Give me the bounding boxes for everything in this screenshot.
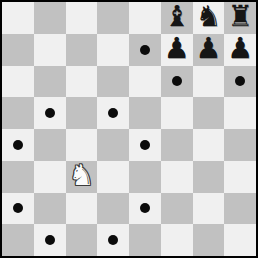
square-c2[interactable] [66, 193, 98, 225]
square-e8[interactable] [129, 2, 161, 34]
square-a7[interactable] [2, 34, 34, 66]
legal-move-dot [140, 203, 150, 213]
legal-move-dot [172, 76, 182, 86]
legal-move-dot [108, 108, 118, 118]
square-c5[interactable] [66, 97, 98, 129]
square-a3[interactable] [2, 161, 34, 193]
square-f2[interactable] [161, 193, 193, 225]
square-g2[interactable] [193, 193, 225, 225]
square-g6[interactable] [193, 66, 225, 98]
square-e1[interactable] [129, 224, 161, 256]
square-e3[interactable] [129, 161, 161, 193]
square-g4[interactable] [193, 129, 225, 161]
legal-move-dot [45, 108, 55, 118]
square-f5[interactable] [161, 97, 193, 129]
square-c1[interactable] [66, 224, 98, 256]
chess-board: ♝♞♜♟♟♟♞ [0, 0, 258, 258]
square-d6[interactable] [97, 66, 129, 98]
square-b3[interactable] [34, 161, 66, 193]
legal-move-dot [235, 76, 245, 86]
square-a8[interactable] [2, 2, 34, 34]
square-a1[interactable] [2, 224, 34, 256]
square-h8[interactable]: ♜ [224, 2, 256, 34]
square-e2[interactable] [129, 193, 161, 225]
square-c8[interactable] [66, 2, 98, 34]
square-a2[interactable] [2, 193, 34, 225]
square-e5[interactable] [129, 97, 161, 129]
square-f4[interactable] [161, 129, 193, 161]
legal-move-dot [108, 235, 118, 245]
square-f6[interactable] [161, 66, 193, 98]
square-d5[interactable] [97, 97, 129, 129]
square-b4[interactable] [34, 129, 66, 161]
white-knight[interactable]: ♞ [68, 161, 94, 190]
square-b8[interactable] [34, 2, 66, 34]
square-b7[interactable] [34, 34, 66, 66]
square-h1[interactable] [224, 224, 256, 256]
square-f8[interactable]: ♝ [161, 2, 193, 34]
black-pawn[interactable]: ♟ [195, 34, 221, 63]
square-g7[interactable]: ♟ [193, 34, 225, 66]
square-b2[interactable] [34, 193, 66, 225]
legal-move-dot [13, 203, 23, 213]
square-d8[interactable] [97, 2, 129, 34]
legal-move-dot [45, 235, 55, 245]
square-b6[interactable] [34, 66, 66, 98]
square-h7[interactable]: ♟ [224, 34, 256, 66]
square-h3[interactable] [224, 161, 256, 193]
square-c3[interactable]: ♞ [66, 161, 98, 193]
square-c7[interactable] [66, 34, 98, 66]
square-g8[interactable]: ♞ [193, 2, 225, 34]
legal-move-dot [13, 140, 23, 150]
square-h4[interactable] [224, 129, 256, 161]
black-bishop[interactable]: ♝ [164, 2, 190, 31]
black-pawn[interactable]: ♟ [164, 34, 190, 63]
square-h6[interactable] [224, 66, 256, 98]
square-d4[interactable] [97, 129, 129, 161]
square-f7[interactable]: ♟ [161, 34, 193, 66]
square-g1[interactable] [193, 224, 225, 256]
black-knight[interactable]: ♞ [195, 2, 221, 31]
square-f1[interactable] [161, 224, 193, 256]
square-a6[interactable] [2, 66, 34, 98]
square-b1[interactable] [34, 224, 66, 256]
square-b5[interactable] [34, 97, 66, 129]
legal-move-dot [140, 45, 150, 55]
square-a4[interactable] [2, 129, 34, 161]
square-f3[interactable] [161, 161, 193, 193]
square-g3[interactable] [193, 161, 225, 193]
square-e4[interactable] [129, 129, 161, 161]
square-c6[interactable] [66, 66, 98, 98]
square-g5[interactable] [193, 97, 225, 129]
square-c4[interactable] [66, 129, 98, 161]
black-pawn[interactable]: ♟ [227, 34, 253, 63]
square-a5[interactable] [2, 97, 34, 129]
square-d7[interactable] [97, 34, 129, 66]
square-d3[interactable] [97, 161, 129, 193]
square-d1[interactable] [97, 224, 129, 256]
black-rook[interactable]: ♜ [227, 2, 253, 31]
square-h2[interactable] [224, 193, 256, 225]
square-d2[interactable] [97, 193, 129, 225]
chessboard-container: ♝♞♜♟♟♟♞ [0, 0, 258, 258]
square-e6[interactable] [129, 66, 161, 98]
square-e7[interactable] [129, 34, 161, 66]
square-h5[interactable] [224, 97, 256, 129]
legal-move-dot [140, 140, 150, 150]
